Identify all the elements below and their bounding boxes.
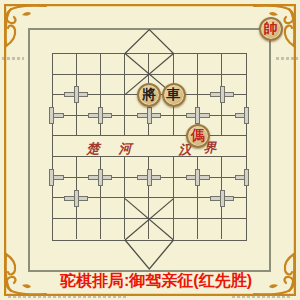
position-marker	[88, 107, 112, 124]
grid-cell	[77, 54, 101, 75]
grid-cell	[149, 198, 173, 219]
position-marker	[40, 169, 64, 186]
position-marker	[137, 169, 161, 186]
grid-cell	[53, 54, 77, 75]
watermark	[8, 295, 128, 298]
grid-cell	[101, 75, 125, 96]
piece-red-general[interactable]: 帥	[259, 17, 283, 41]
xiangqi-puzzle-board: 楚 河 汉 界 帥將車傌 驼棋排局:御驾亲征(红先胜)	[0, 0, 300, 300]
puzzle-caption: 驼棋排局:御驾亲征(红先胜)	[0, 271, 300, 292]
grid-cell	[222, 219, 246, 240]
position-marker	[64, 190, 88, 207]
grid-cell	[222, 136, 246, 157]
grid-cell	[53, 136, 77, 157]
grid-cell	[125, 198, 149, 219]
position-marker	[88, 169, 112, 186]
grid-cell	[77, 219, 101, 240]
piece-black-general[interactable]: 將	[137, 83, 161, 107]
grid-cell	[125, 54, 149, 75]
watermark	[232, 295, 292, 298]
watermark	[276, 57, 298, 60]
position-marker	[64, 86, 88, 103]
piece-black-chariot[interactable]: 車	[162, 83, 186, 107]
grid-cell	[101, 54, 125, 75]
watermark	[2, 57, 24, 60]
grid-cell	[53, 219, 77, 240]
position-marker	[186, 107, 210, 124]
position-marker	[210, 190, 234, 207]
grid-cell	[149, 136, 173, 157]
position-marker	[137, 107, 161, 124]
board-grid[interactable]	[52, 53, 248, 241]
position-marker	[235, 107, 259, 124]
position-marker	[186, 169, 210, 186]
grid-cell	[149, 54, 173, 75]
grid-cell	[101, 219, 125, 240]
grid-cell	[198, 54, 222, 75]
grid-cell	[174, 54, 198, 75]
grid-cell	[174, 219, 198, 240]
grid-cell	[149, 219, 173, 240]
grid-cell	[125, 219, 149, 240]
position-marker	[210, 86, 234, 103]
grid-cell	[174, 198, 198, 219]
grid-cell	[198, 219, 222, 240]
grid-cell	[222, 54, 246, 75]
grid-cell	[101, 198, 125, 219]
river-text-he: 河	[119, 140, 132, 158]
position-marker	[40, 107, 64, 124]
position-marker	[235, 169, 259, 186]
river-text-chu: 楚	[87, 140, 100, 158]
